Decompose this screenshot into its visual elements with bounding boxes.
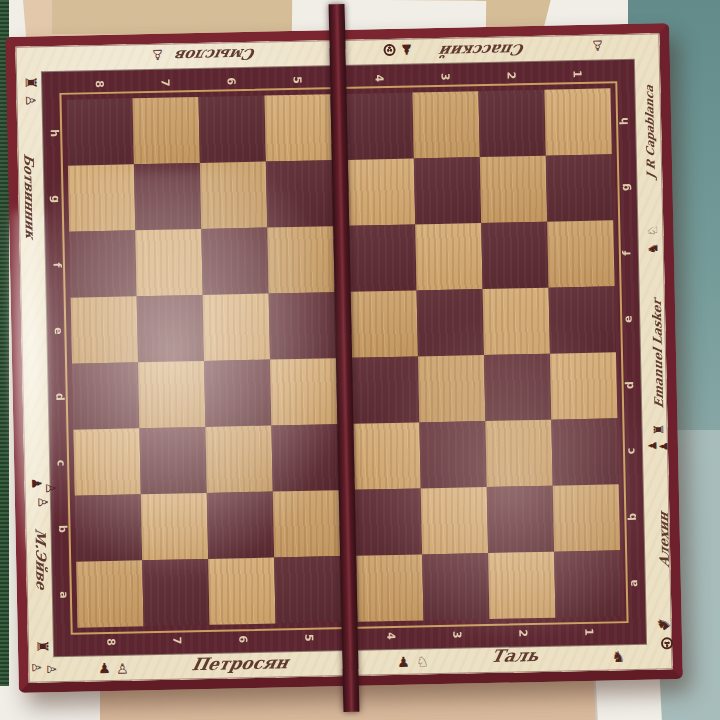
- rank-label-bottom-3: 3: [450, 631, 463, 639]
- square-h4[interactable]: [346, 93, 413, 160]
- knight-white-icon: ♘: [646, 225, 659, 237]
- pawn-black-icon: ♟: [658, 441, 669, 451]
- rank-label-top-3: 3: [439, 73, 452, 81]
- square-d7[interactable]: [138, 361, 205, 428]
- square-b5[interactable]: [273, 490, 340, 557]
- signature-smyslov: Смыслов: [173, 45, 257, 65]
- square-g2[interactable]: [480, 156, 547, 223]
- square-h2[interactable]: [478, 90, 545, 157]
- file-label-right-d: d: [623, 381, 636, 389]
- square-b7[interactable]: [141, 493, 208, 560]
- square-h3[interactable]: [412, 91, 479, 158]
- square-g3[interactable]: [414, 157, 481, 224]
- square-g8[interactable]: [68, 164, 135, 231]
- square-a5[interactable]: [274, 556, 341, 623]
- rank-label-top-7: 7: [159, 79, 172, 87]
- signature-lasker: Emanuel Lasker: [650, 297, 666, 409]
- square-d4[interactable]: [352, 356, 419, 423]
- pawn-white-icon: ♙: [591, 38, 604, 52]
- rank-label-bottom-1: 1: [582, 628, 595, 636]
- pawn-black-icon: ♟: [397, 655, 410, 669]
- square-a1[interactable]: [554, 550, 621, 617]
- square-b8[interactable]: [75, 494, 142, 561]
- square-d5[interactable]: [270, 358, 337, 425]
- square-h7[interactable]: [133, 97, 200, 164]
- rank-label-bottom-4: 4: [384, 632, 397, 640]
- square-e1[interactable]: [549, 286, 616, 353]
- rank-label-bottom-5: 5: [302, 634, 315, 642]
- square-b6[interactable]: [207, 492, 274, 559]
- rank-label-bottom-2: 2: [516, 629, 529, 637]
- pawn-white-icon: ♙: [30, 662, 42, 673]
- pawn-black-icon: ♟: [30, 478, 43, 490]
- square-c8[interactable]: [73, 428, 140, 495]
- knight-black-icon: ♞: [611, 650, 625, 665]
- signature-botvinnik: Ботвинник: [21, 153, 38, 241]
- shelf-edge-top: [52, 0, 302, 34]
- square-a2[interactable]: [488, 552, 555, 619]
- pawn-white-icon: ♙: [45, 664, 57, 675]
- knight-black-icon: ♞: [646, 243, 659, 255]
- medallion-icon: [383, 44, 395, 56]
- rank-label-bottom-6: 6: [236, 635, 249, 643]
- file-label-right-f: f: [620, 251, 633, 256]
- rook-black-icon: ♜: [23, 76, 38, 90]
- square-f2[interactable]: [481, 222, 548, 289]
- square-b2[interactable]: [487, 486, 554, 553]
- square-a8[interactable]: [76, 560, 143, 627]
- signature-tal: Таль: [489, 645, 541, 666]
- square-f6[interactable]: [201, 228, 268, 295]
- rook-black-icon: ♜: [652, 423, 665, 435]
- square-g5[interactable]: [266, 160, 333, 227]
- pawn-white-icon: ♙: [116, 662, 129, 676]
- square-c2[interactable]: [485, 420, 552, 487]
- signature-euwe: М.Эйве: [32, 527, 49, 591]
- square-f4[interactable]: [349, 224, 416, 291]
- square-d1[interactable]: [550, 352, 617, 419]
- file-label-left-d: d: [53, 393, 66, 401]
- rank-label-top-5: 5: [291, 76, 304, 84]
- rook-black-icon: ♜: [34, 640, 49, 654]
- square-h6[interactable]: [199, 96, 266, 163]
- square-b1[interactable]: [553, 484, 620, 551]
- square-a4[interactable]: [356, 554, 423, 621]
- file-label-left-c: c: [55, 460, 68, 467]
- square-e2[interactable]: [483, 288, 550, 355]
- square-a3[interactable]: [422, 553, 489, 620]
- rank-label-top-8: 8: [93, 80, 106, 88]
- rank-label-bottom-7: 7: [170, 637, 183, 645]
- file-label-left-a: a: [57, 591, 70, 599]
- square-f5[interactable]: [267, 226, 334, 293]
- square-c7[interactable]: [139, 427, 206, 494]
- file-label-right-b: b: [626, 513, 639, 521]
- rank-label-top-2: 2: [505, 71, 518, 79]
- medallion-icon: [661, 637, 673, 649]
- file-label-right-c: c: [624, 448, 637, 455]
- square-g7[interactable]: [134, 163, 201, 230]
- square-c6[interactable]: [205, 426, 272, 493]
- square-h1[interactable]: [544, 88, 611, 155]
- square-h8[interactable]: [67, 98, 134, 165]
- file-label-left-b: b: [56, 525, 69, 533]
- file-label-left-f: f: [50, 262, 63, 267]
- square-f7[interactable]: [135, 229, 202, 296]
- square-d3[interactable]: [418, 355, 485, 422]
- square-c1[interactable]: [551, 418, 618, 485]
- square-g4[interactable]: [348, 158, 415, 225]
- pawn-white-icon: ♙: [151, 48, 164, 62]
- square-g6[interactable]: [200, 162, 267, 229]
- pawn-black-icon: ♟: [400, 42, 413, 56]
- square-e8[interactable]: [71, 296, 138, 363]
- signature-spassky: Спасский: [439, 40, 527, 60]
- square-d6[interactable]: [204, 360, 271, 427]
- square-f1[interactable]: [547, 220, 614, 287]
- pawn-black-icon: ♟: [98, 661, 111, 675]
- pawn-white-icon: ♙: [36, 496, 49, 508]
- square-e4[interactable]: [351, 290, 418, 357]
- knight-white-icon: ♘: [416, 654, 429, 668]
- square-e7[interactable]: [137, 295, 204, 362]
- square-d8[interactable]: [72, 362, 139, 429]
- square-f8[interactable]: [69, 230, 136, 297]
- square-d2[interactable]: [484, 354, 551, 421]
- square-a7[interactable]: [142, 559, 209, 626]
- file-label-right-h: h: [618, 117, 631, 125]
- square-e5[interactable]: [269, 292, 336, 359]
- signature-petrosian: Петросян: [190, 652, 291, 674]
- rank-label-bottom-8: 8: [104, 638, 117, 646]
- file-label-left-e: e: [52, 327, 65, 335]
- signature-alekhine: Алехин: [656, 510, 672, 568]
- rank-label-top-1: 1: [571, 70, 584, 78]
- pawn-white-icon: ♙: [24, 95, 37, 107]
- square-a6[interactable]: [208, 558, 275, 625]
- square-e6[interactable]: [203, 294, 270, 361]
- square-c4[interactable]: [353, 422, 420, 489]
- file-label-left-g: g: [49, 195, 62, 203]
- rank-label-top-6: 6: [225, 77, 238, 85]
- square-b3[interactable]: [421, 487, 488, 554]
- square-f3[interactable]: [415, 223, 482, 290]
- square-e3[interactable]: [417, 289, 484, 356]
- square-c5[interactable]: [271, 424, 338, 491]
- file-label-right-a: a: [627, 579, 640, 587]
- square-g1[interactable]: [546, 154, 613, 221]
- file-label-right-g: g: [619, 183, 632, 191]
- square-c3[interactable]: [419, 421, 486, 488]
- rank-label-top-4: 4: [373, 74, 386, 82]
- knight-black-icon: ♞: [653, 614, 674, 635]
- square-h5[interactable]: [264, 94, 331, 161]
- square-b4[interactable]: [355, 488, 422, 555]
- file-label-right-e: e: [622, 315, 635, 323]
- signature-capablanca: J R Capablanca: [643, 83, 658, 179]
- file-label-left-h: h: [48, 129, 61, 137]
- pawn-black-icon: ♟: [647, 440, 658, 450]
- chessboard: 8765432187654321hgfedcbahgfedcba ♜♙♙♟♙♟♙…: [5, 23, 683, 693]
